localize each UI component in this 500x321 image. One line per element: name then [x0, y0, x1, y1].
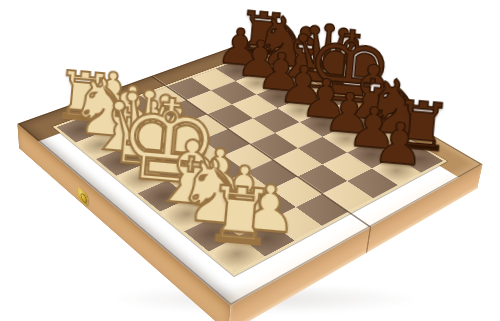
- board-square-h6[interactable]: [347, 168, 397, 198]
- playing-area: ♜♟♟♜♞♟♟♞♝♟♟♝♛♟♟♛♚♟♟♚♝♟♟♝♞♟♟♞♜♟♟♜: [53, 50, 447, 276]
- piece-glyph: ♟: [335, 111, 462, 176]
- box-fold-seam-side: [366, 227, 372, 254]
- product-photo-scene: ♜♟♟♜♞♟♟♞♝♟♟♝♛♟♟♛♚♟♟♚♝♟♟♝♞♟♟♞♜♟♟♜: [0, 0, 500, 321]
- chess-piece-black-pawn[interactable]: ♟: [335, 111, 462, 176]
- brass-latch-icon: [78, 186, 88, 208]
- piece-glyph: ♜: [167, 175, 313, 260]
- folding-chess-box: ♜♟♟♜♞♟♟♞♝♟♟♝♛♟♟♛♚♟♟♚♝♟♟♝♞♟♟♞♜♟♟♜: [18, 36, 483, 305]
- chess-piece-white-rook[interactable]: ♜: [167, 175, 313, 260]
- chess-board: ♜♟♟♜♞♟♟♞♝♟♟♝♛♟♟♛♚♟♟♚♝♟♟♝♞♟♟♞♜♟♟♜: [18, 36, 483, 305]
- board-square-h1[interactable]: ♜: [209, 236, 265, 273]
